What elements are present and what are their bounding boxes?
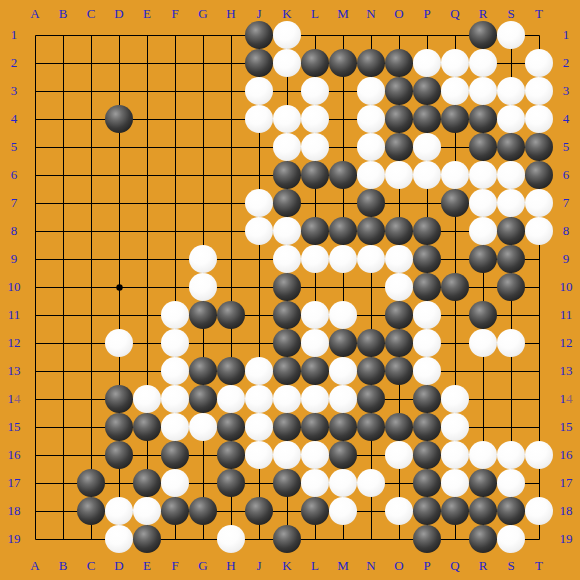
intersection[interactable]: [77, 273, 105, 301]
black-stone[interactable]: [77, 497, 105, 525]
intersection[interactable]: [161, 217, 189, 245]
intersection[interactable]: [49, 21, 77, 49]
black-stone[interactable]: [217, 357, 245, 385]
intersection[interactable]: [21, 189, 49, 217]
white-stone[interactable]: [525, 77, 553, 105]
black-stone[interactable]: [133, 413, 161, 441]
white-stone[interactable]: [273, 105, 301, 133]
black-stone[interactable]: [497, 217, 525, 245]
intersection[interactable]: [49, 385, 77, 413]
black-stone[interactable]: [469, 133, 497, 161]
white-stone[interactable]: [357, 133, 385, 161]
white-stone[interactable]: [385, 273, 413, 301]
white-stone[interactable]: [469, 77, 497, 105]
white-stone[interactable]: [441, 161, 469, 189]
intersection[interactable]: [133, 133, 161, 161]
white-stone[interactable]: [525, 49, 553, 77]
intersection[interactable]: [21, 273, 49, 301]
intersection[interactable]: [217, 77, 245, 105]
white-stone[interactable]: [273, 441, 301, 469]
black-stone[interactable]: [413, 413, 441, 441]
intersection[interactable]: [357, 525, 385, 553]
black-stone[interactable]: [217, 441, 245, 469]
intersection[interactable]: [301, 525, 329, 553]
intersection[interactable]: [217, 133, 245, 161]
intersection[interactable]: [357, 497, 385, 525]
white-stone[interactable]: [497, 441, 525, 469]
intersection[interactable]: [525, 329, 553, 357]
intersection[interactable]: [161, 189, 189, 217]
intersection[interactable]: [413, 189, 441, 217]
white-stone[interactable]: [301, 441, 329, 469]
white-stone[interactable]: [245, 413, 273, 441]
intersection[interactable]: [469, 273, 497, 301]
white-stone[interactable]: [133, 497, 161, 525]
white-stone[interactable]: [161, 469, 189, 497]
black-stone[interactable]: [413, 497, 441, 525]
intersection[interactable]: [161, 21, 189, 49]
intersection[interactable]: [105, 217, 133, 245]
intersection[interactable]: [469, 385, 497, 413]
intersection[interactable]: [133, 77, 161, 105]
white-stone[interactable]: [469, 49, 497, 77]
intersection[interactable]: [217, 161, 245, 189]
intersection[interactable]: [385, 525, 413, 553]
black-stone[interactable]: [385, 301, 413, 329]
intersection[interactable]: [21, 329, 49, 357]
black-stone[interactable]: [469, 525, 497, 553]
white-stone[interactable]: [189, 413, 217, 441]
intersection[interactable]: [217, 21, 245, 49]
black-stone[interactable]: [469, 469, 497, 497]
intersection[interactable]: [441, 217, 469, 245]
intersection[interactable]: [133, 161, 161, 189]
intersection[interactable]: [189, 49, 217, 77]
intersection[interactable]: [161, 133, 189, 161]
black-stone[interactable]: [469, 497, 497, 525]
white-stone[interactable]: [441, 385, 469, 413]
intersection[interactable]: [245, 161, 273, 189]
intersection[interactable]: [497, 413, 525, 441]
intersection[interactable]: [105, 469, 133, 497]
intersection[interactable]: [21, 525, 49, 553]
white-stone[interactable]: [329, 245, 357, 273]
white-stone[interactable]: [413, 301, 441, 329]
intersection[interactable]: [441, 245, 469, 273]
intersection[interactable]: [217, 105, 245, 133]
intersection[interactable]: [133, 21, 161, 49]
white-stone[interactable]: [497, 77, 525, 105]
intersection[interactable]: [161, 245, 189, 273]
black-stone[interactable]: [385, 49, 413, 77]
intersection[interactable]: [133, 105, 161, 133]
intersection[interactable]: [77, 441, 105, 469]
black-stone[interactable]: [441, 189, 469, 217]
intersection[interactable]: [217, 273, 245, 301]
black-stone[interactable]: [273, 301, 301, 329]
intersection[interactable]: [329, 21, 357, 49]
intersection[interactable]: [21, 21, 49, 49]
intersection[interactable]: [49, 105, 77, 133]
intersection[interactable]: [441, 357, 469, 385]
intersection[interactable]: [105, 161, 133, 189]
intersection[interactable]: [245, 301, 273, 329]
black-stone[interactable]: [245, 49, 273, 77]
white-stone[interactable]: [441, 469, 469, 497]
intersection[interactable]: [357, 21, 385, 49]
white-stone[interactable]: [301, 133, 329, 161]
black-stone[interactable]: [273, 525, 301, 553]
white-stone[interactable]: [245, 441, 273, 469]
intersection[interactable]: [105, 273, 133, 301]
white-stone[interactable]: [245, 189, 273, 217]
black-stone[interactable]: [329, 441, 357, 469]
intersection[interactable]: [217, 497, 245, 525]
white-stone[interactable]: [497, 105, 525, 133]
intersection[interactable]: [441, 301, 469, 329]
intersection[interactable]: [441, 525, 469, 553]
intersection[interactable]: [245, 133, 273, 161]
white-stone[interactable]: [105, 329, 133, 357]
black-stone[interactable]: [245, 497, 273, 525]
black-stone[interactable]: [413, 217, 441, 245]
black-stone[interactable]: [413, 525, 441, 553]
black-stone[interactable]: [189, 301, 217, 329]
black-stone[interactable]: [217, 413, 245, 441]
black-stone[interactable]: [217, 301, 245, 329]
white-stone[interactable]: [329, 385, 357, 413]
black-stone[interactable]: [189, 385, 217, 413]
intersection[interactable]: [21, 245, 49, 273]
intersection[interactable]: [189, 105, 217, 133]
intersection[interactable]: [21, 161, 49, 189]
white-stone[interactable]: [413, 161, 441, 189]
white-stone[interactable]: [161, 329, 189, 357]
intersection[interactable]: [329, 525, 357, 553]
black-stone[interactable]: [413, 245, 441, 273]
white-stone[interactable]: [497, 525, 525, 553]
intersection[interactable]: [357, 441, 385, 469]
black-stone[interactable]: [217, 469, 245, 497]
white-stone[interactable]: [301, 105, 329, 133]
intersection[interactable]: [329, 273, 357, 301]
intersection[interactable]: [525, 273, 553, 301]
intersection[interactable]: [441, 329, 469, 357]
black-stone[interactable]: [385, 329, 413, 357]
black-stone[interactable]: [77, 469, 105, 497]
intersection[interactable]: [49, 441, 77, 469]
black-stone[interactable]: [385, 357, 413, 385]
white-stone[interactable]: [357, 77, 385, 105]
intersection[interactable]: [77, 189, 105, 217]
black-stone[interactable]: [357, 385, 385, 413]
black-stone[interactable]: [497, 245, 525, 273]
white-stone[interactable]: [161, 301, 189, 329]
white-stone[interactable]: [469, 161, 497, 189]
intersection[interactable]: [49, 525, 77, 553]
intersection[interactable]: [245, 469, 273, 497]
black-stone[interactable]: [105, 413, 133, 441]
intersection[interactable]: [49, 161, 77, 189]
intersection[interactable]: [217, 217, 245, 245]
intersection[interactable]: [77, 133, 105, 161]
intersection[interactable]: [525, 21, 553, 49]
white-stone[interactable]: [441, 77, 469, 105]
intersection[interactable]: [385, 469, 413, 497]
intersection[interactable]: [189, 441, 217, 469]
intersection[interactable]: [357, 301, 385, 329]
intersection[interactable]: [525, 469, 553, 497]
black-stone[interactable]: [441, 497, 469, 525]
intersection[interactable]: [525, 385, 553, 413]
black-stone[interactable]: [273, 161, 301, 189]
intersection[interactable]: [217, 49, 245, 77]
white-stone[interactable]: [273, 21, 301, 49]
black-stone[interactable]: [105, 441, 133, 469]
intersection[interactable]: [77, 217, 105, 245]
black-stone[interactable]: [441, 105, 469, 133]
white-stone[interactable]: [161, 385, 189, 413]
intersection[interactable]: [217, 329, 245, 357]
intersection[interactable]: [49, 49, 77, 77]
intersection[interactable]: [497, 357, 525, 385]
black-stone[interactable]: [413, 385, 441, 413]
black-stone[interactable]: [133, 525, 161, 553]
intersection[interactable]: [133, 49, 161, 77]
black-stone[interactable]: [273, 273, 301, 301]
white-stone[interactable]: [525, 189, 553, 217]
white-stone[interactable]: [273, 133, 301, 161]
intersection[interactable]: [49, 357, 77, 385]
white-stone[interactable]: [245, 77, 273, 105]
white-stone[interactable]: [133, 385, 161, 413]
intersection[interactable]: [77, 77, 105, 105]
black-stone[interactable]: [525, 133, 553, 161]
black-stone[interactable]: [301, 497, 329, 525]
intersection[interactable]: [21, 469, 49, 497]
intersection[interactable]: [525, 413, 553, 441]
black-stone[interactable]: [301, 413, 329, 441]
black-stone[interactable]: [469, 245, 497, 273]
intersection[interactable]: [189, 469, 217, 497]
intersection[interactable]: [49, 273, 77, 301]
white-stone[interactable]: [469, 217, 497, 245]
white-stone[interactable]: [469, 189, 497, 217]
black-stone[interactable]: [273, 329, 301, 357]
intersection[interactable]: [21, 301, 49, 329]
intersection[interactable]: [189, 133, 217, 161]
intersection[interactable]: [189, 329, 217, 357]
black-stone[interactable]: [329, 161, 357, 189]
intersection[interactable]: [497, 385, 525, 413]
intersection[interactable]: [49, 217, 77, 245]
white-stone[interactable]: [161, 357, 189, 385]
intersection[interactable]: [189, 525, 217, 553]
black-stone[interactable]: [329, 217, 357, 245]
black-stone[interactable]: [273, 469, 301, 497]
white-stone[interactable]: [301, 77, 329, 105]
intersection[interactable]: [77, 21, 105, 49]
intersection[interactable]: [301, 189, 329, 217]
intersection[interactable]: [161, 273, 189, 301]
white-stone[interactable]: [413, 133, 441, 161]
black-stone[interactable]: [497, 133, 525, 161]
white-stone[interactable]: [189, 273, 217, 301]
intersection[interactable]: [329, 133, 357, 161]
white-stone[interactable]: [245, 105, 273, 133]
white-stone[interactable]: [441, 441, 469, 469]
white-stone[interactable]: [525, 497, 553, 525]
intersection[interactable]: [525, 245, 553, 273]
black-stone[interactable]: [413, 469, 441, 497]
intersection[interactable]: [49, 413, 77, 441]
intersection[interactable]: [133, 245, 161, 273]
white-stone[interactable]: [413, 329, 441, 357]
black-stone[interactable]: [301, 161, 329, 189]
intersection[interactable]: [245, 245, 273, 273]
white-stone[interactable]: [357, 245, 385, 273]
intersection[interactable]: [49, 245, 77, 273]
intersection[interactable]: [49, 301, 77, 329]
black-stone[interactable]: [385, 105, 413, 133]
white-stone[interactable]: [385, 161, 413, 189]
intersection[interactable]: [21, 441, 49, 469]
intersection[interactable]: [21, 497, 49, 525]
intersection[interactable]: [105, 133, 133, 161]
black-stone[interactable]: [525, 161, 553, 189]
intersection[interactable]: [49, 133, 77, 161]
intersection[interactable]: [329, 189, 357, 217]
black-stone[interactable]: [385, 413, 413, 441]
black-stone[interactable]: [329, 49, 357, 77]
intersection[interactable]: [77, 161, 105, 189]
black-stone[interactable]: [301, 217, 329, 245]
black-stone[interactable]: [301, 357, 329, 385]
intersection[interactable]: [21, 357, 49, 385]
intersection[interactable]: [161, 49, 189, 77]
intersection[interactable]: [77, 105, 105, 133]
white-stone[interactable]: [189, 245, 217, 273]
black-stone[interactable]: [189, 357, 217, 385]
black-stone[interactable]: [273, 189, 301, 217]
black-stone[interactable]: [385, 77, 413, 105]
black-stone[interactable]: [357, 49, 385, 77]
black-stone[interactable]: [469, 21, 497, 49]
intersection[interactable]: [133, 189, 161, 217]
intersection[interactable]: [77, 525, 105, 553]
black-stone[interactable]: [273, 357, 301, 385]
white-stone[interactable]: [329, 469, 357, 497]
white-stone[interactable]: [441, 413, 469, 441]
black-stone[interactable]: [161, 497, 189, 525]
intersection[interactable]: [77, 385, 105, 413]
intersection[interactable]: [133, 217, 161, 245]
intersection[interactable]: [77, 329, 105, 357]
intersection[interactable]: [273, 497, 301, 525]
intersection[interactable]: [385, 189, 413, 217]
black-stone[interactable]: [161, 441, 189, 469]
intersection[interactable]: [469, 413, 497, 441]
intersection[interactable]: [217, 245, 245, 273]
black-stone[interactable]: [245, 21, 273, 49]
white-stone[interactable]: [217, 385, 245, 413]
black-stone[interactable]: [105, 385, 133, 413]
intersection[interactable]: [273, 77, 301, 105]
intersection[interactable]: [245, 329, 273, 357]
intersection[interactable]: [77, 357, 105, 385]
intersection[interactable]: [385, 21, 413, 49]
white-stone[interactable]: [105, 497, 133, 525]
white-stone[interactable]: [385, 441, 413, 469]
intersection[interactable]: [245, 525, 273, 553]
intersection[interactable]: [245, 273, 273, 301]
intersection[interactable]: [217, 189, 245, 217]
white-stone[interactable]: [441, 49, 469, 77]
white-stone[interactable]: [357, 469, 385, 497]
intersection[interactable]: [441, 133, 469, 161]
intersection[interactable]: [49, 329, 77, 357]
intersection[interactable]: [133, 441, 161, 469]
black-stone[interactable]: [357, 189, 385, 217]
white-stone[interactable]: [469, 441, 497, 469]
intersection[interactable]: [189, 21, 217, 49]
white-stone[interactable]: [497, 21, 525, 49]
intersection[interactable]: [161, 77, 189, 105]
black-stone[interactable]: [189, 497, 217, 525]
intersection[interactable]: [497, 49, 525, 77]
white-stone[interactable]: [357, 105, 385, 133]
white-stone[interactable]: [469, 329, 497, 357]
intersection[interactable]: [525, 301, 553, 329]
black-stone[interactable]: [469, 301, 497, 329]
intersection[interactable]: [525, 357, 553, 385]
intersection[interactable]: [441, 21, 469, 49]
white-stone[interactable]: [273, 49, 301, 77]
intersection[interactable]: [105, 301, 133, 329]
intersection[interactable]: [161, 525, 189, 553]
intersection[interactable]: [133, 329, 161, 357]
black-stone[interactable]: [357, 329, 385, 357]
intersection[interactable]: [189, 217, 217, 245]
white-stone[interactable]: [385, 245, 413, 273]
white-stone[interactable]: [273, 385, 301, 413]
intersection[interactable]: [357, 273, 385, 301]
white-stone[interactable]: [329, 357, 357, 385]
intersection[interactable]: [21, 413, 49, 441]
intersection[interactable]: [385, 385, 413, 413]
white-stone[interactable]: [525, 105, 553, 133]
intersection[interactable]: [133, 273, 161, 301]
intersection[interactable]: [105, 77, 133, 105]
black-stone[interactable]: [385, 217, 413, 245]
intersection[interactable]: [133, 357, 161, 385]
white-stone[interactable]: [301, 245, 329, 273]
white-stone[interactable]: [525, 217, 553, 245]
white-stone[interactable]: [273, 217, 301, 245]
intersection[interactable]: [49, 77, 77, 105]
intersection[interactable]: [161, 105, 189, 133]
black-stone[interactable]: [301, 49, 329, 77]
intersection[interactable]: [497, 301, 525, 329]
intersection[interactable]: [49, 497, 77, 525]
black-stone[interactable]: [413, 105, 441, 133]
white-stone[interactable]: [413, 49, 441, 77]
black-stone[interactable]: [413, 441, 441, 469]
black-stone[interactable]: [357, 217, 385, 245]
intersection[interactable]: [105, 189, 133, 217]
intersection[interactable]: [161, 161, 189, 189]
intersection[interactable]: [525, 525, 553, 553]
